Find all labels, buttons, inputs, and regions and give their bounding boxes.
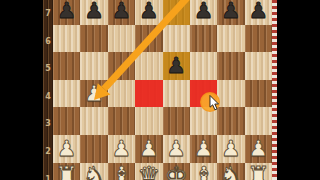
square-e2[interactable]: ♟: [163, 135, 190, 163]
square-h3[interactable]: [245, 107, 272, 135]
square-g6[interactable]: [217, 25, 244, 53]
square-b1[interactable]: ♞: [80, 163, 107, 180]
square-d6[interactable]: [135, 25, 162, 53]
piece-black-pawn-d7[interactable]: ♟: [139, 0, 159, 25]
square-h7[interactable]: ♟: [245, 0, 272, 25]
piece-white-pawn-d2[interactable]: ♟: [139, 135, 159, 163]
square-c4[interactable]: [108, 80, 135, 108]
square-b5[interactable]: [80, 52, 107, 80]
square-e4[interactable]: [163, 80, 190, 108]
rank-label-1: 1: [43, 176, 53, 180]
square-b7[interactable]: ♟: [80, 0, 107, 25]
square-d3[interactable]: [135, 107, 162, 135]
piece-white-pawn-f2[interactable]: ♟: [194, 135, 214, 163]
piece-white-pawn-b4[interactable]: ♟: [84, 80, 104, 108]
piece-white-king-e1[interactable]: ♚: [165, 163, 188, 180]
square-b2[interactable]: [80, 135, 107, 163]
rank-label-5: 5: [43, 65, 53, 73]
rank-label-3: 3: [43, 120, 53, 128]
rank-label-6: 6: [43, 38, 53, 46]
piece-white-pawn-g2[interactable]: ♟: [221, 135, 241, 163]
rank-label-2: 2: [43, 148, 53, 156]
square-b3[interactable]: [80, 107, 107, 135]
piece-white-pawn-e2[interactable]: ♟: [166, 135, 186, 163]
piece-white-rook-h1[interactable]: ♜: [247, 163, 270, 180]
square-f5[interactable]: [190, 52, 217, 80]
piece-black-pawn-h7[interactable]: ♟: [248, 0, 268, 25]
square-f1[interactable]: ♝: [190, 163, 217, 180]
piece-black-pawn-b7[interactable]: ♟: [84, 0, 104, 25]
piece-black-pawn-e5[interactable]: ♟: [166, 52, 186, 80]
chess-lesson-screen: ♜♞♝♛♚♝♞♜♟♟♟♟♟♟♟♟♟♟♟♟♟♟♟♟♜♞♝♛♚♝♞♜ 7654321: [0, 0, 320, 180]
rank-label-7: 7: [43, 10, 53, 18]
square-g5[interactable]: [217, 52, 244, 80]
square-d5[interactable]: [135, 52, 162, 80]
square-g2[interactable]: ♟: [217, 135, 244, 163]
square-a2[interactable]: ♟: [53, 135, 80, 163]
square-g4[interactable]: [217, 80, 244, 108]
highlight-last-move-from-e7: [163, 0, 190, 25]
piece-black-pawn-g7[interactable]: ♟: [221, 0, 241, 25]
piece-white-pawn-c2[interactable]: ♟: [112, 135, 132, 163]
square-a3[interactable]: [53, 107, 80, 135]
board-border: 7654321: [43, 0, 53, 180]
chess-board[interactable]: ♜♞♝♛♚♝♞♜♟♟♟♟♟♟♟♟♟♟♟♟♟♟♟♟♜♞♝♛♚♝♞♜ 7654321: [43, 0, 277, 180]
letterbox-left: [0, 0, 43, 180]
square-d7[interactable]: ♟: [135, 0, 162, 25]
piece-black-pawn-f7[interactable]: ♟: [194, 0, 214, 25]
square-b4[interactable]: ♟: [80, 80, 107, 108]
piece-white-pawn-a2[interactable]: ♟: [57, 135, 77, 163]
square-a4[interactable]: [53, 80, 80, 108]
piece-black-pawn-c7[interactable]: ♟: [112, 0, 132, 25]
square-h5[interactable]: [245, 52, 272, 80]
square-f7[interactable]: ♟: [190, 0, 217, 25]
piece-black-pawn-a7[interactable]: ♟: [57, 0, 77, 25]
piece-white-pawn-h2[interactable]: ♟: [248, 135, 268, 163]
board-squares[interactable]: ♜♞♝♛♚♝♞♜♟♟♟♟♟♟♟♟♟♟♟♟♟♟♟♟♜♞♝♛♚♝♞♜: [53, 0, 272, 180]
square-c6[interactable]: [108, 25, 135, 53]
square-d1[interactable]: ♛: [135, 163, 162, 180]
square-c2[interactable]: ♟: [108, 135, 135, 163]
mouse-cursor-icon: [209, 95, 221, 112]
square-h6[interactable]: [245, 25, 272, 53]
square-a5[interactable]: [53, 52, 80, 80]
piece-white-bishop-f1[interactable]: ♝: [192, 163, 215, 180]
square-e3[interactable]: [163, 107, 190, 135]
square-g1[interactable]: ♞: [217, 163, 244, 180]
square-a7[interactable]: ♟: [53, 0, 80, 25]
square-e7[interactable]: [163, 0, 190, 25]
square-c5[interactable]: [108, 52, 135, 80]
square-d2[interactable]: ♟: [135, 135, 162, 163]
square-f2[interactable]: ♟: [190, 135, 217, 163]
piece-white-knight-b1[interactable]: ♞: [82, 163, 105, 180]
square-e1[interactable]: ♚: [163, 163, 190, 180]
square-c1[interactable]: ♝: [108, 163, 135, 180]
square-g7[interactable]: ♟: [217, 0, 244, 25]
square-b6[interactable]: [80, 25, 107, 53]
square-d4[interactable]: [135, 80, 162, 108]
square-f6[interactable]: [190, 25, 217, 53]
piece-white-knight-g1[interactable]: ♞: [219, 163, 242, 180]
square-c3[interactable]: [108, 107, 135, 135]
rank-label-4: 4: [43, 93, 53, 101]
highlight-attacked-d4: [135, 80, 162, 108]
square-c7[interactable]: ♟: [108, 0, 135, 25]
square-h1[interactable]: ♜: [245, 163, 272, 180]
square-g3[interactable]: [217, 107, 244, 135]
square-e6[interactable]: [163, 25, 190, 53]
square-a1[interactable]: ♜: [53, 163, 80, 180]
square-e5[interactable]: ♟: [163, 52, 190, 80]
piece-white-bishop-c1[interactable]: ♝: [110, 163, 133, 180]
piece-white-queen-d1[interactable]: ♛: [137, 163, 160, 180]
piece-white-rook-a1[interactable]: ♜: [55, 163, 78, 180]
square-a6[interactable]: [53, 25, 80, 53]
square-h4[interactable]: [245, 80, 272, 108]
square-h2[interactable]: ♟: [245, 135, 272, 163]
letterbox-right: [277, 0, 320, 180]
